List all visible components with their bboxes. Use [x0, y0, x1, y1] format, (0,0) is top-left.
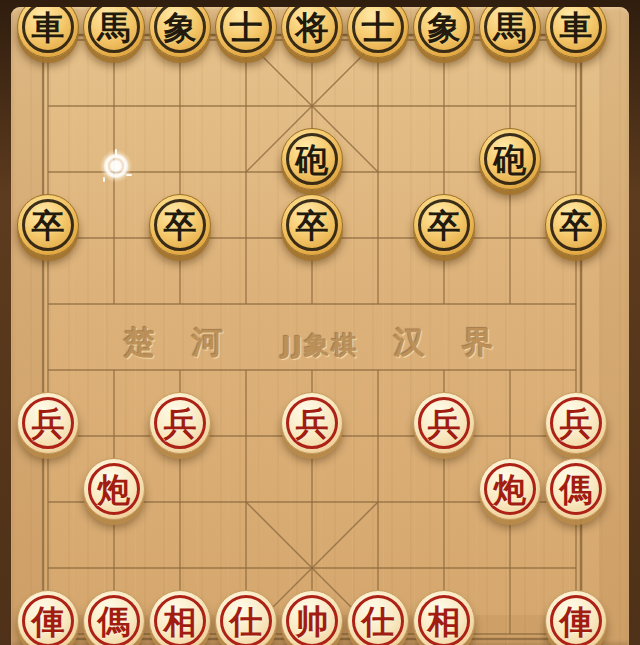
piece-black-soldier[interactable]: 卒 — [149, 194, 211, 256]
piece-character: 仕 — [230, 605, 263, 638]
piece-red-general[interactable]: 帅 — [281, 590, 343, 645]
piece-red-soldier[interactable]: 兵 — [545, 392, 607, 454]
piece-character: 卒 — [560, 209, 593, 242]
piece-character: 士 — [362, 11, 395, 44]
piece-red-horse[interactable]: 傌 — [545, 458, 607, 520]
piece-character: 兵 — [164, 407, 197, 440]
piece-black-soldier[interactable]: 卒 — [17, 194, 79, 256]
piece-black-cannon[interactable]: 砲 — [281, 128, 343, 190]
piece-character: 傌 — [98, 605, 131, 638]
piece-character: 卒 — [428, 209, 461, 242]
piece-character: 砲 — [296, 143, 329, 176]
piece-red-soldier[interactable]: 兵 — [413, 392, 475, 454]
piece-character: 車 — [560, 11, 593, 44]
board-grid — [11, 7, 629, 645]
piece-character: 兵 — [428, 407, 461, 440]
piece-red-advisor[interactable]: 仕 — [347, 590, 409, 645]
piece-character: 将 — [296, 11, 329, 44]
piece-character: 象 — [428, 11, 461, 44]
piece-red-elephant[interactable]: 相 — [149, 590, 211, 645]
piece-red-soldier[interactable]: 兵 — [149, 392, 211, 454]
piece-black-soldier[interactable]: 卒 — [413, 194, 475, 256]
wooden-frame: 楚 河 JJ象棋 汉 界 車馬象士将士象馬車砲砲卒卒卒卒卒兵兵兵兵兵炮炮傌俥傌相… — [0, 0, 640, 645]
piece-character: 士 — [230, 11, 263, 44]
piece-character: 卒 — [296, 209, 329, 242]
piece-red-chariot[interactable]: 俥 — [545, 590, 607, 645]
piece-black-soldier[interactable]: 卒 — [281, 194, 343, 256]
piece-red-soldier[interactable]: 兵 — [17, 392, 79, 454]
piece-red-cannon[interactable]: 炮 — [479, 458, 541, 520]
river-label-chu-he: 楚 河 — [124, 322, 236, 364]
piece-character: 馬 — [98, 11, 131, 44]
piece-character: 仕 — [362, 605, 395, 638]
piece-character: 兵 — [560, 407, 593, 440]
piece-red-advisor[interactable]: 仕 — [215, 590, 277, 645]
piece-character: 俥 — [32, 605, 65, 638]
piece-red-soldier[interactable]: 兵 — [281, 392, 343, 454]
piece-character: 砲 — [494, 143, 527, 176]
piece-character: 相 — [164, 605, 197, 638]
piece-character: 相 — [428, 605, 461, 638]
river-label-han-jie: 汉 界 — [394, 322, 506, 364]
piece-red-horse[interactable]: 傌 — [83, 590, 145, 645]
piece-character: 車 — [32, 11, 65, 44]
piece-red-cannon[interactable]: 炮 — [83, 458, 145, 520]
piece-character: 兵 — [32, 407, 65, 440]
piece-character: 卒 — [164, 209, 197, 242]
piece-red-chariot[interactable]: 俥 — [17, 590, 79, 645]
piece-character: 炮 — [98, 473, 131, 506]
piece-black-soldier[interactable]: 卒 — [545, 194, 607, 256]
piece-character: 兵 — [296, 407, 329, 440]
piece-character: 傌 — [560, 473, 593, 506]
piece-character: 卒 — [32, 209, 65, 242]
piece-black-cannon[interactable]: 砲 — [479, 128, 541, 190]
piece-character: 馬 — [494, 11, 527, 44]
piece-red-elephant[interactable]: 相 — [413, 590, 475, 645]
piece-character: 象 — [164, 11, 197, 44]
piece-character: 炮 — [494, 473, 527, 506]
app-watermark-logo: JJ象棋 — [282, 329, 359, 362]
xiangqi-board[interactable]: 楚 河 JJ象棋 汉 界 車馬象士将士象馬車砲砲卒卒卒卒卒兵兵兵兵兵炮炮傌俥傌相… — [11, 7, 629, 645]
piece-character: 帅 — [296, 605, 329, 638]
piece-character: 俥 — [560, 605, 593, 638]
